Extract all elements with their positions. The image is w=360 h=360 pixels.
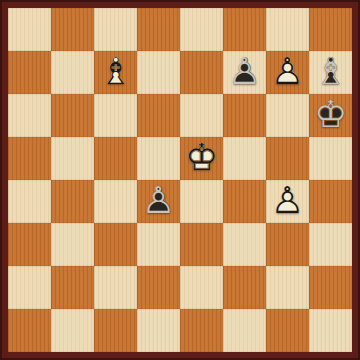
square-d6[interactable]	[137, 94, 180, 137]
chess-board: ♝♗♟♙♟♙♝♗♚♔♚♔♟♙♟♙	[8, 8, 352, 352]
piece-white-pawn[interactable]: ♟♙	[266, 180, 309, 223]
square-d3[interactable]	[137, 223, 180, 266]
square-a8[interactable]	[8, 8, 51, 51]
square-a6[interactable]	[8, 94, 51, 137]
square-h4[interactable]	[309, 180, 352, 223]
square-a5[interactable]	[8, 137, 51, 180]
piece-black-king[interactable]: ♚♔	[309, 94, 352, 137]
square-b5[interactable]	[51, 137, 94, 180]
square-c2[interactable]	[94, 266, 137, 309]
square-d1[interactable]	[137, 309, 180, 352]
square-b4[interactable]	[51, 180, 94, 223]
square-b2[interactable]	[51, 266, 94, 309]
square-e3[interactable]	[180, 223, 223, 266]
square-d8[interactable]	[137, 8, 180, 51]
white-bishop-outline-glyph: ♗	[94, 51, 137, 94]
white-pawn-outline-glyph: ♙	[266, 180, 309, 223]
white-king-outline-glyph: ♔	[180, 137, 223, 180]
square-b6[interactable]	[51, 94, 94, 137]
piece-black-pawn[interactable]: ♟♙	[223, 51, 266, 94]
square-g5[interactable]	[266, 137, 309, 180]
square-e7[interactable]	[180, 51, 223, 94]
square-h5[interactable]	[309, 137, 352, 180]
square-h1[interactable]	[309, 309, 352, 352]
black-pawn-outline-glyph: ♙	[223, 51, 266, 94]
square-g6[interactable]	[266, 94, 309, 137]
square-c1[interactable]	[94, 309, 137, 352]
square-e4[interactable]	[180, 180, 223, 223]
square-a3[interactable]	[8, 223, 51, 266]
square-b3[interactable]	[51, 223, 94, 266]
square-c8[interactable]	[94, 8, 137, 51]
square-h6[interactable]: ♚♔	[309, 94, 352, 137]
piece-white-pawn[interactable]: ♟♙	[266, 51, 309, 94]
square-c3[interactable]	[94, 223, 137, 266]
square-b1[interactable]	[51, 309, 94, 352]
square-f7[interactable]: ♟♙	[223, 51, 266, 94]
black-bishop-outline-glyph: ♗	[309, 51, 352, 94]
square-b7[interactable]	[51, 51, 94, 94]
square-g1[interactable]	[266, 309, 309, 352]
piece-black-bishop[interactable]: ♝♗	[309, 51, 352, 94]
square-f8[interactable]	[223, 8, 266, 51]
square-c5[interactable]	[94, 137, 137, 180]
square-e8[interactable]	[180, 8, 223, 51]
white-pawn-outline-glyph: ♙	[266, 51, 309, 94]
black-pawn-outline-glyph: ♙	[137, 180, 180, 223]
square-d4[interactable]: ♟♙	[137, 180, 180, 223]
square-d5[interactable]	[137, 137, 180, 180]
square-h3[interactable]	[309, 223, 352, 266]
square-e5[interactable]: ♚♔	[180, 137, 223, 180]
square-e2[interactable]	[180, 266, 223, 309]
square-h8[interactable]	[309, 8, 352, 51]
square-h7[interactable]: ♝♗	[309, 51, 352, 94]
square-e1[interactable]	[180, 309, 223, 352]
piece-white-bishop[interactable]: ♝♗	[94, 51, 137, 94]
square-a4[interactable]	[8, 180, 51, 223]
square-f2[interactable]	[223, 266, 266, 309]
square-e6[interactable]	[180, 94, 223, 137]
square-g2[interactable]	[266, 266, 309, 309]
square-g4[interactable]: ♟♙	[266, 180, 309, 223]
square-b8[interactable]	[51, 8, 94, 51]
square-d2[interactable]	[137, 266, 180, 309]
square-f4[interactable]	[223, 180, 266, 223]
square-a2[interactable]	[8, 266, 51, 309]
square-d7[interactable]	[137, 51, 180, 94]
board-frame: ♝♗♟♙♟♙♝♗♚♔♚♔♟♙♟♙	[0, 0, 360, 360]
square-c4[interactable]	[94, 180, 137, 223]
square-c6[interactable]	[94, 94, 137, 137]
square-f1[interactable]	[223, 309, 266, 352]
square-f3[interactable]	[223, 223, 266, 266]
piece-black-pawn[interactable]: ♟♙	[137, 180, 180, 223]
piece-white-king[interactable]: ♚♔	[180, 137, 223, 180]
square-g7[interactable]: ♟♙	[266, 51, 309, 94]
square-f5[interactable]	[223, 137, 266, 180]
square-f6[interactable]	[223, 94, 266, 137]
square-c7[interactable]: ♝♗	[94, 51, 137, 94]
black-king-outline-glyph: ♔	[309, 94, 352, 137]
square-g8[interactable]	[266, 8, 309, 51]
square-h2[interactable]	[309, 266, 352, 309]
square-a7[interactable]	[8, 51, 51, 94]
square-g3[interactable]	[266, 223, 309, 266]
square-a1[interactable]	[8, 309, 51, 352]
